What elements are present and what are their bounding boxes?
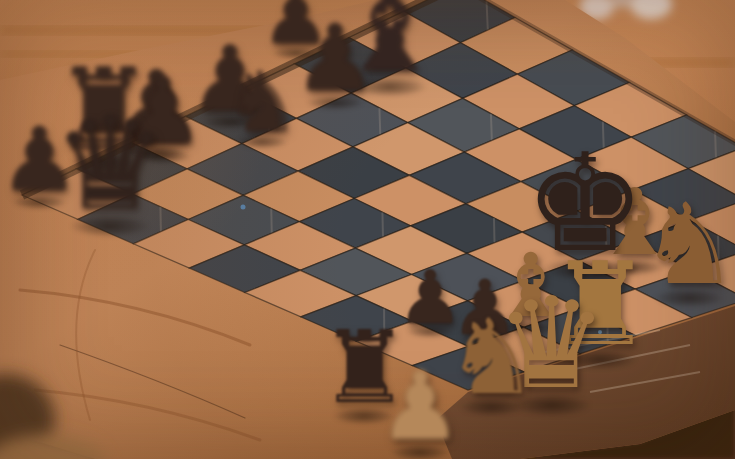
piece-e7-black-knight[interactable]: ♞ [225, 60, 300, 144]
paint-speck [241, 205, 246, 210]
piece-c8-black-pawn[interactable]: ♟ [294, 13, 376, 105]
piece-h1-white-pawn[interactable]: ♟ [377, 359, 462, 454]
piece-d1-white-knight[interactable]: ♞ [639, 188, 735, 300]
chess-photo-scene: ♝♟♟♟♟♜♟♞♟♛♜♟♟♚♝♝♞♜♛♞♟ [0, 0, 735, 459]
piece-h7-black-queen[interactable]: ♛ [53, 100, 168, 228]
